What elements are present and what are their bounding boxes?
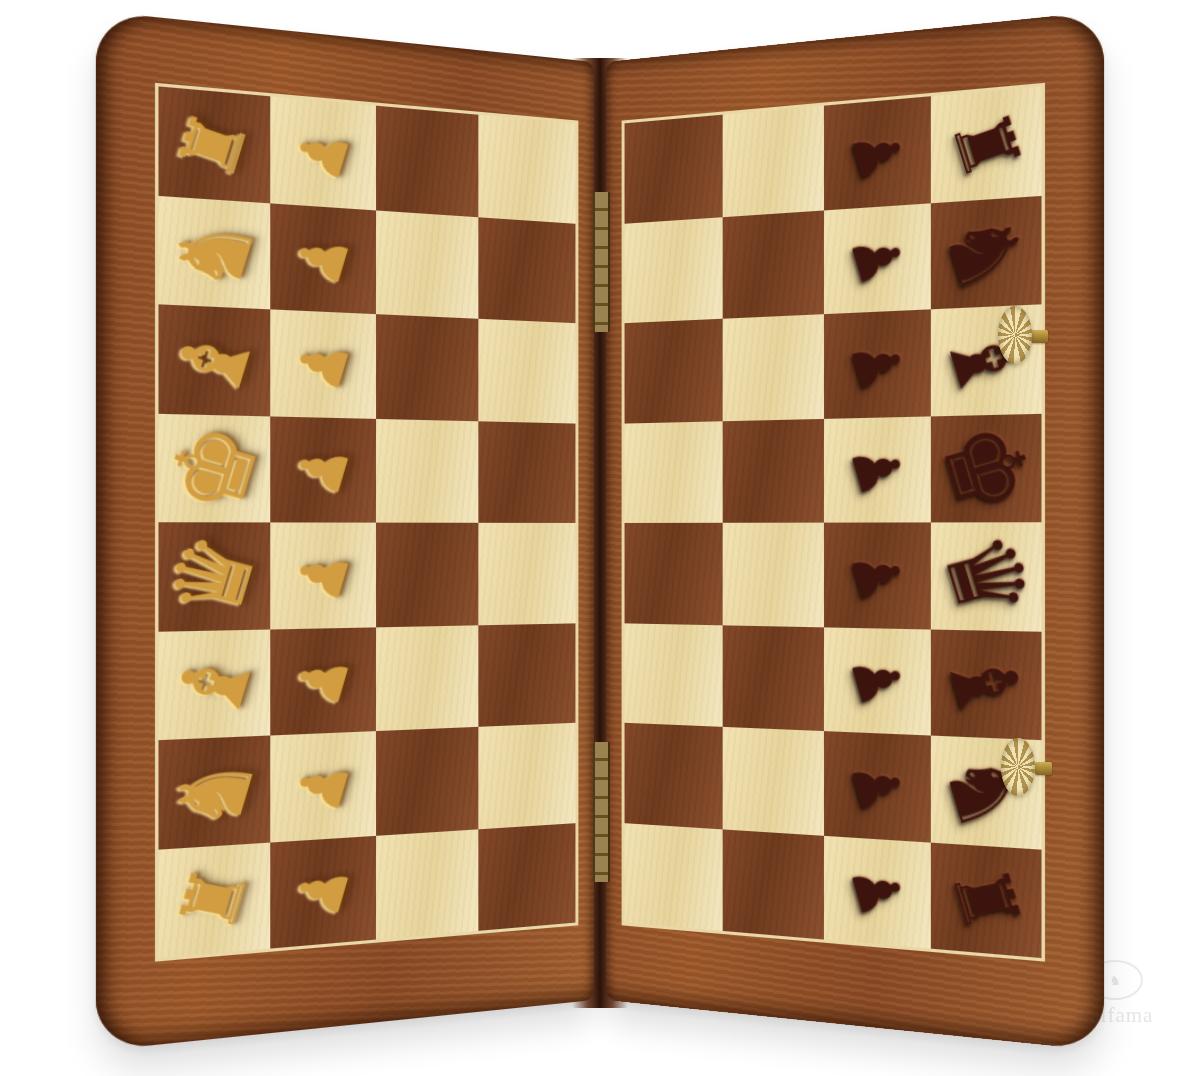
black-pawn[interactable]: ♟: [840, 118, 914, 189]
white-pawn[interactable]: ♟: [286, 859, 360, 923]
square-b4[interactable]: [478, 723, 576, 829]
white-king[interactable]: ♚: [151, 411, 278, 525]
black-pawn[interactable]: ♟: [840, 647, 914, 713]
square-c3[interactable]: [376, 625, 478, 731]
board-right-half: ♟♜♟♞♟♝♟♚♟♛♟♝♟♞♟♜: [606, 11, 1104, 1051]
square-b2[interactable]: ♟: [270, 731, 376, 842]
square-c8[interactable]: ♝: [930, 629, 1041, 740]
square-e5[interactable]: [625, 421, 723, 523]
square-f2[interactable]: ♟: [270, 309, 376, 418]
black-pawn[interactable]: ♟: [840, 753, 914, 818]
white-rook[interactable]: ♜: [167, 101, 261, 189]
square-h8[interactable]: ♜: [930, 86, 1041, 202]
square-a4[interactable]: [478, 823, 576, 931]
black-rook[interactable]: ♜: [939, 101, 1033, 189]
square-g5[interactable]: [625, 217, 723, 323]
square-d8[interactable]: ♛: [930, 522, 1041, 631]
left-playfield: ♜♟♞♟♝♟♚♟♛♟♝♟♞♟♜♟: [155, 83, 578, 962]
square-g4[interactable]: [478, 217, 576, 323]
watermark: ♞ italfama: [1052, 960, 1178, 1028]
square-g1[interactable]: ♞: [158, 195, 269, 309]
white-bishop[interactable]: ♝: [160, 311, 267, 409]
black-king[interactable]: ♚: [923, 411, 1050, 525]
square-e4[interactable]: [478, 421, 576, 523]
square-g2[interactable]: ♟: [270, 203, 376, 314]
right-board-grid: ♟♜♟♞♟♝♟♚♟♛♟♝♟♞♟♜: [625, 86, 1042, 958]
square-a5[interactable]: [625, 823, 723, 931]
left-board-grid: ♜♟♞♟♝♟♚♟♛♟♝♟♞♟♜♟: [158, 86, 575, 958]
white-pawn[interactable]: ♟: [286, 542, 360, 609]
square-h6[interactable]: [722, 106, 824, 217]
square-d3[interactable]: [376, 523, 478, 627]
square-c4[interactable]: [478, 623, 576, 727]
black-pawn[interactable]: ♟: [840, 436, 914, 504]
brass-hinge-top: [593, 192, 610, 332]
white-pawn[interactable]: ♟: [286, 753, 360, 818]
white-pawn[interactable]: ♟: [286, 224, 360, 294]
gold-clasp-top: [998, 306, 1032, 364]
square-h4[interactable]: [478, 115, 576, 224]
square-e7[interactable]: ♟: [824, 416, 930, 523]
square-d2[interactable]: ♟: [270, 522, 376, 629]
white-pawn[interactable]: ♟: [286, 330, 360, 399]
black-knight[interactable]: ♞: [929, 200, 1042, 305]
white-knight[interactable]: ♞: [158, 200, 271, 305]
square-a1[interactable]: ♜: [158, 842, 269, 958]
black-rook[interactable]: ♜: [939, 859, 1033, 939]
square-h1[interactable]: ♜: [158, 86, 269, 202]
square-f7[interactable]: ♟: [824, 309, 930, 418]
square-e8[interactable]: ♚: [930, 413, 1041, 522]
brass-hinge-bottom: [593, 742, 610, 882]
square-d5[interactable]: [625, 523, 723, 625]
italfama-logo-icon: ♞: [1109, 973, 1121, 988]
white-pawn[interactable]: ♟: [286, 647, 360, 713]
square-f3[interactable]: [376, 314, 478, 421]
black-pawn[interactable]: ♟: [840, 859, 914, 923]
square-d7[interactable]: ♟: [824, 522, 930, 629]
square-f5[interactable]: [625, 319, 723, 423]
white-pawn[interactable]: ♟: [286, 436, 360, 504]
black-pawn[interactable]: ♟: [840, 542, 914, 609]
square-b5[interactable]: [625, 723, 723, 829]
square-h3[interactable]: [376, 106, 478, 217]
square-c7[interactable]: ♟: [824, 627, 930, 736]
square-b7[interactable]: ♟: [824, 731, 930, 842]
black-pawn[interactable]: ♟: [840, 330, 914, 399]
white-pawn[interactable]: ♟: [286, 118, 360, 189]
square-g7[interactable]: ♟: [824, 203, 930, 314]
square-e1[interactable]: ♚: [158, 413, 269, 522]
square-h5[interactable]: [625, 115, 723, 224]
square-e2[interactable]: ♟: [270, 416, 376, 523]
watermark-text: italfama: [1052, 1003, 1178, 1028]
black-pawn[interactable]: ♟: [840, 224, 914, 294]
chess-set-photo: ♜♟♞♟♝♟♚♟♛♟♝♟♞♟♜♟ ♟♜♟♞♟♝♟♚♟♛♟♝♟♞♟♜ ♞ ital…: [0, 0, 1200, 1076]
square-g3[interactable]: [376, 210, 478, 319]
board-left-half: ♜♟♞♟♝♟♚♟♛♟♝♟♞♟♜♟: [96, 11, 594, 1051]
square-a3[interactable]: [376, 829, 478, 940]
square-d6[interactable]: [722, 523, 824, 627]
square-a6[interactable]: [722, 829, 824, 940]
black-bishop[interactable]: ♝: [932, 637, 1039, 731]
clasp-hook-top: [1031, 330, 1048, 343]
gold-clasp-bottom: [1001, 738, 1035, 796]
square-b1[interactable]: ♞: [158, 736, 269, 850]
square-a2[interactable]: ♟: [270, 835, 376, 948]
square-d1[interactable]: ♛: [158, 522, 269, 631]
square-c5[interactable]: [625, 623, 723, 727]
square-c6[interactable]: [722, 625, 824, 731]
square-f1[interactable]: ♝: [158, 304, 269, 416]
square-a7[interactable]: ♟: [824, 835, 930, 948]
white-queen[interactable]: ♛: [153, 522, 274, 630]
square-a8[interactable]: ♜: [930, 842, 1041, 958]
right-playfield: ♟♜♟♞♟♝♟♚♟♛♟♝♟♞♟♜: [622, 83, 1045, 962]
square-b3[interactable]: [376, 727, 478, 835]
square-c2[interactable]: ♟: [270, 627, 376, 736]
white-rook[interactable]: ♜: [167, 859, 261, 939]
square-h7[interactable]: ♟: [824, 96, 930, 210]
square-b6[interactable]: [722, 727, 824, 835]
square-g6[interactable]: [722, 210, 824, 319]
square-g8[interactable]: ♞: [930, 195, 1041, 309]
square-f6[interactable]: [722, 314, 824, 421]
square-d4[interactable]: [478, 523, 576, 625]
square-h2[interactable]: ♟: [270, 96, 376, 210]
square-e6[interactable]: [722, 418, 824, 522]
white-knight[interactable]: ♞: [158, 743, 271, 840]
square-e3[interactable]: [376, 418, 478, 522]
italfama-logo-oval: ♞: [1087, 960, 1143, 1000]
square-c1[interactable]: ♝: [158, 629, 269, 740]
clasp-hook-bottom: [1035, 762, 1052, 775]
square-f4[interactable]: [478, 319, 576, 423]
black-queen[interactable]: ♛: [925, 522, 1046, 630]
white-bishop[interactable]: ♝: [160, 637, 267, 731]
